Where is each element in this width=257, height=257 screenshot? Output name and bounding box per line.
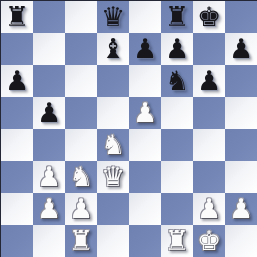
square-b1[interactable] [33, 225, 65, 257]
piece-white-pawn[interactable]: ♟ [133, 97, 157, 129]
square-c5[interactable] [65, 97, 97, 129]
square-d8[interactable]: ♛ [97, 1, 129, 33]
square-g1[interactable]: ♚ [193, 225, 225, 257]
square-g2[interactable]: ♟ [193, 193, 225, 225]
square-a5[interactable] [1, 97, 33, 129]
square-b4[interactable] [33, 129, 65, 161]
square-a1[interactable] [1, 225, 33, 257]
square-e4[interactable] [129, 129, 161, 161]
piece-black-rook[interactable]: ♜ [165, 1, 189, 33]
piece-white-pawn[interactable]: ♟ [37, 161, 61, 193]
piece-white-knight[interactable]: ♞ [69, 161, 93, 193]
square-b2[interactable]: ♟ [33, 193, 65, 225]
square-e6[interactable] [129, 65, 161, 97]
square-e8[interactable] [129, 1, 161, 33]
square-g7[interactable] [193, 33, 225, 65]
square-b5[interactable]: ♟ [33, 97, 65, 129]
square-h3[interactable] [225, 161, 257, 193]
square-f7[interactable]: ♟ [161, 33, 193, 65]
square-b3[interactable]: ♟ [33, 161, 65, 193]
piece-white-pawn[interactable]: ♟ [197, 193, 221, 225]
square-e5[interactable]: ♟ [129, 97, 161, 129]
piece-white-queen[interactable]: ♛ [101, 161, 125, 193]
square-f4[interactable] [161, 129, 193, 161]
square-h7[interactable]: ♟ [225, 33, 257, 65]
square-g5[interactable] [193, 97, 225, 129]
square-b7[interactable] [33, 33, 65, 65]
square-c4[interactable] [65, 129, 97, 161]
square-f1[interactable]: ♜ [161, 225, 193, 257]
square-e1[interactable] [129, 225, 161, 257]
piece-black-bishop[interactable]: ♝ [101, 33, 125, 65]
square-f8[interactable]: ♜ [161, 1, 193, 33]
square-h4[interactable] [225, 129, 257, 161]
piece-black-knight[interactable]: ♞ [165, 65, 189, 97]
piece-white-knight[interactable]: ♞ [101, 129, 125, 161]
square-h2[interactable]: ♟ [225, 193, 257, 225]
square-e7[interactable]: ♟ [129, 33, 161, 65]
square-c7[interactable] [65, 33, 97, 65]
square-g6[interactable]: ♟ [193, 65, 225, 97]
piece-white-rook[interactable]: ♜ [165, 225, 189, 257]
piece-black-pawn[interactable]: ♟ [5, 65, 29, 97]
square-f3[interactable] [161, 161, 193, 193]
square-h6[interactable] [225, 65, 257, 97]
square-c2[interactable]: ♟ [65, 193, 97, 225]
square-h1[interactable] [225, 225, 257, 257]
square-a4[interactable] [1, 129, 33, 161]
square-e3[interactable] [129, 161, 161, 193]
square-h8[interactable] [225, 1, 257, 33]
square-g3[interactable] [193, 161, 225, 193]
piece-black-pawn[interactable]: ♟ [229, 33, 253, 65]
piece-black-king[interactable]: ♚ [197, 1, 221, 33]
square-d5[interactable] [97, 97, 129, 129]
piece-black-pawn[interactable]: ♟ [165, 33, 189, 65]
square-d4[interactable]: ♞ [97, 129, 129, 161]
square-a6[interactable]: ♟ [1, 65, 33, 97]
square-f6[interactable]: ♞ [161, 65, 193, 97]
piece-black-pawn[interactable]: ♟ [133, 33, 157, 65]
square-d2[interactable] [97, 193, 129, 225]
piece-black-rook[interactable]: ♜ [5, 1, 29, 33]
square-c1[interactable]: ♜ [65, 225, 97, 257]
square-a3[interactable] [1, 161, 33, 193]
square-a8[interactable]: ♜ [1, 1, 33, 33]
square-a7[interactable] [1, 33, 33, 65]
square-g8[interactable]: ♚ [193, 1, 225, 33]
piece-white-pawn[interactable]: ♟ [69, 193, 93, 225]
square-c8[interactable] [65, 1, 97, 33]
chessboard-frame: ♜♛♜♚♝♟♟♟♟♞♟♟♟♞♟♞♛♟♟♟♟♜♜♚ [0, 0, 257, 257]
square-g4[interactable] [193, 129, 225, 161]
piece-black-pawn[interactable]: ♟ [197, 65, 221, 97]
square-f5[interactable] [161, 97, 193, 129]
square-e2[interactable] [129, 193, 161, 225]
piece-black-pawn[interactable]: ♟ [37, 97, 61, 129]
piece-white-pawn[interactable]: ♟ [37, 193, 61, 225]
piece-black-queen[interactable]: ♛ [101, 1, 125, 33]
piece-white-king[interactable]: ♚ [197, 225, 221, 257]
piece-white-rook[interactable]: ♜ [69, 225, 93, 257]
chessboard: ♜♛♜♚♝♟♟♟♟♞♟♟♟♞♟♞♛♟♟♟♟♜♜♚ [1, 1, 257, 257]
square-d7[interactable]: ♝ [97, 33, 129, 65]
square-d3[interactable]: ♛ [97, 161, 129, 193]
square-c3[interactable]: ♞ [65, 161, 97, 193]
square-b6[interactable] [33, 65, 65, 97]
square-b8[interactable] [33, 1, 65, 33]
piece-white-pawn[interactable]: ♟ [229, 193, 253, 225]
square-d6[interactable] [97, 65, 129, 97]
square-a2[interactable] [1, 193, 33, 225]
square-f2[interactable] [161, 193, 193, 225]
square-c6[interactable] [65, 65, 97, 97]
square-d1[interactable] [97, 225, 129, 257]
square-h5[interactable] [225, 97, 257, 129]
